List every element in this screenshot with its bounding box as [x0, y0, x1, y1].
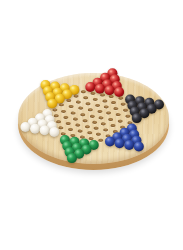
hole-dimple	[61, 109, 67, 113]
hole[interactable]	[114, 112, 121, 118]
hole-dimple	[58, 103, 64, 107]
hole[interactable]	[106, 87, 113, 93]
hole[interactable]	[107, 116, 114, 122]
hole[interactable]	[62, 114, 69, 120]
hole-dimple	[68, 105, 74, 109]
hole[interactable]	[135, 144, 142, 150]
hole-dimple	[70, 111, 76, 115]
hole[interactable]	[68, 155, 75, 161]
hole-dimple	[118, 96, 124, 100]
hole-dimple	[110, 123, 116, 127]
hole[interactable]	[91, 96, 98, 102]
hole-dimple	[124, 114, 130, 118]
hole[interactable]	[98, 114, 105, 120]
hole[interactable]	[119, 101, 126, 107]
hole[interactable]	[22, 124, 29, 130]
hole[interactable]	[75, 99, 82, 105]
hole[interactable]	[64, 120, 71, 126]
hole[interactable]	[88, 113, 95, 119]
hole[interactable]	[125, 142, 132, 148]
hole[interactable]	[87, 84, 94, 90]
hole[interactable]	[69, 110, 76, 116]
hole[interactable]	[60, 108, 67, 114]
hole-dimple	[110, 101, 116, 105]
hole-dimple	[122, 108, 128, 112]
hole-dimple	[93, 126, 99, 130]
hole[interactable]	[89, 90, 96, 96]
hole[interactable]	[112, 105, 119, 111]
hole-dimple	[89, 114, 95, 118]
hole-dimple	[117, 119, 123, 123]
hole[interactable]	[81, 117, 88, 123]
hole-dimple	[113, 107, 119, 111]
hole[interactable]	[122, 107, 129, 113]
hole[interactable]	[90, 119, 97, 125]
hole-dimple	[101, 99, 107, 103]
chinese-checkers-photo	[0, 0, 183, 250]
hole[interactable]	[101, 98, 108, 104]
hole-dimple	[84, 102, 90, 106]
hole[interactable]	[105, 110, 112, 116]
marble-blue[interactable]	[114, 138, 124, 148]
hole-dimple	[90, 91, 96, 95]
hole[interactable]	[86, 107, 93, 113]
hole[interactable]	[100, 121, 107, 127]
hole-dimple	[115, 113, 121, 117]
hole-dimple	[76, 129, 82, 133]
hole-dimple	[53, 114, 59, 118]
hole-dimple	[120, 102, 126, 106]
hole[interactable]	[72, 116, 79, 122]
hole[interactable]	[95, 131, 102, 137]
hole-dimple	[79, 112, 85, 116]
hole[interactable]	[85, 130, 92, 136]
hole-dimple	[72, 117, 78, 121]
hole[interactable]	[93, 102, 100, 108]
hole-dimple	[74, 123, 80, 127]
hole-dimple	[73, 94, 79, 98]
hole[interactable]	[31, 126, 38, 132]
marble-white[interactable]	[20, 122, 30, 132]
marble-blue[interactable]	[105, 137, 115, 147]
hole[interactable]	[83, 123, 90, 129]
hole-dimple	[66, 99, 72, 103]
hole-dimple	[63, 115, 69, 119]
hole[interactable]	[103, 104, 110, 110]
hole-dimple	[51, 108, 57, 112]
hole[interactable]	[82, 95, 89, 101]
hole-dimple	[99, 93, 105, 97]
hole-dimple	[98, 116, 104, 120]
hole-dimple	[86, 131, 92, 135]
hole-dimple	[82, 119, 88, 123]
hole[interactable]	[84, 101, 91, 107]
hole[interactable]	[48, 100, 55, 106]
hole[interactable]	[72, 93, 79, 99]
hole[interactable]	[76, 128, 83, 134]
hole[interactable]	[98, 92, 105, 98]
marble-white[interactable]	[39, 125, 49, 135]
hole[interactable]	[95, 108, 102, 114]
hole-dimple	[91, 120, 97, 124]
hole[interactable]	[96, 86, 103, 92]
hole[interactable]	[109, 122, 116, 128]
hole-dimple	[87, 108, 93, 112]
hole[interactable]	[58, 102, 65, 108]
hole-dimple	[75, 100, 81, 104]
marble-white[interactable]	[49, 127, 59, 137]
marble-black[interactable]	[132, 113, 142, 123]
marble-blue[interactable]	[124, 140, 134, 150]
hole[interactable]	[115, 89, 122, 95]
hole-dimple	[67, 128, 73, 132]
hole[interactable]	[93, 125, 100, 131]
hole[interactable]	[116, 118, 123, 124]
hole[interactable]	[50, 129, 57, 135]
hole-dimple	[77, 106, 83, 110]
hole[interactable]	[102, 127, 109, 133]
hole-dimple	[96, 110, 102, 114]
hole[interactable]	[106, 139, 113, 145]
hole-dimple	[103, 105, 109, 109]
hole-dimple	[108, 117, 114, 121]
marble-blue[interactable]	[133, 142, 143, 152]
hole-dimple	[103, 128, 109, 132]
hole[interactable]	[108, 93, 115, 99]
hole-dimple	[82, 96, 88, 100]
hole[interactable]	[80, 88, 87, 94]
hole-dimple	[105, 111, 111, 115]
hole[interactable]	[124, 113, 131, 119]
hole-dimple	[65, 121, 71, 125]
hole[interactable]	[67, 103, 74, 109]
hole-dimple	[95, 132, 101, 136]
hole-dimple	[108, 94, 114, 98]
hole[interactable]	[41, 128, 48, 134]
hole[interactable]	[116, 141, 123, 147]
hole[interactable]	[74, 122, 81, 128]
hole[interactable]	[133, 115, 140, 121]
hole-dimple	[84, 125, 90, 129]
marble-white[interactable]	[30, 124, 40, 134]
hole[interactable]	[67, 126, 74, 132]
hole[interactable]	[117, 95, 124, 101]
hole[interactable]	[79, 111, 86, 117]
hole-dimple	[80, 90, 86, 94]
hole-dimple	[94, 103, 100, 107]
hole-dimple	[92, 97, 98, 101]
hole[interactable]	[77, 105, 84, 111]
hole[interactable]	[110, 99, 117, 105]
hole-dimple	[100, 122, 106, 126]
marble-green[interactable]	[67, 153, 77, 163]
hole[interactable]	[65, 97, 72, 103]
hole-dimple	[97, 138, 103, 142]
